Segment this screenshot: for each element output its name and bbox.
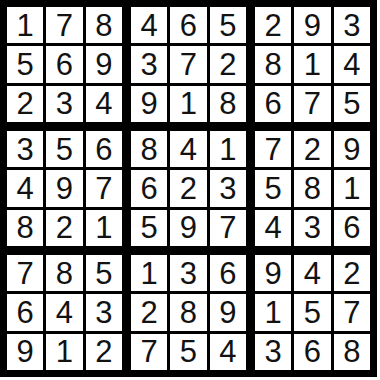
sudoku-cell-r9c1[interactable]: 9 bbox=[7, 334, 43, 370]
sudoku-cell-r5c3[interactable]: 7 bbox=[86, 170, 122, 206]
sudoku-cell-r4c2[interactable]: 5 bbox=[46, 131, 82, 167]
sudoku-cell-r3c6[interactable]: 8 bbox=[210, 86, 246, 122]
sudoku-cell-r9c2[interactable]: 1 bbox=[46, 334, 82, 370]
sudoku-cell-r7c8[interactable]: 4 bbox=[294, 255, 330, 291]
sudoku-cell-r7c7[interactable]: 9 bbox=[255, 255, 291, 291]
sudoku-cell-r1c8[interactable]: 9 bbox=[294, 7, 330, 43]
sudoku-cell-r7c9[interactable]: 2 bbox=[334, 255, 370, 291]
sudoku-cell-r1c5[interactable]: 6 bbox=[170, 7, 206, 43]
sudoku-cell-r1c7[interactable]: 2 bbox=[255, 7, 291, 43]
sudoku-cell-r1c4[interactable]: 4 bbox=[131, 7, 167, 43]
sudoku-cell-r8c6[interactable]: 9 bbox=[210, 294, 246, 330]
sudoku-grid: 1784652935693728142349186753568417294976… bbox=[7, 7, 370, 370]
sudoku-cell-r9c3[interactable]: 2 bbox=[86, 334, 122, 370]
sudoku-cell-r2c3[interactable]: 9 bbox=[86, 46, 122, 82]
sudoku-cell-r9c7[interactable]: 3 bbox=[255, 334, 291, 370]
sudoku-cell-r8c2[interactable]: 4 bbox=[46, 294, 82, 330]
sudoku-cell-r3c1[interactable]: 2 bbox=[7, 86, 43, 122]
sudoku-cell-r6c2[interactable]: 2 bbox=[46, 210, 82, 246]
sudoku-cell-r6c8[interactable]: 3 bbox=[294, 210, 330, 246]
sudoku-cell-r4c3[interactable]: 6 bbox=[86, 131, 122, 167]
sudoku-cell-r1c3[interactable]: 8 bbox=[86, 7, 122, 43]
sudoku-cell-r5c9[interactable]: 1 bbox=[334, 170, 370, 206]
sudoku-cell-r5c5[interactable]: 2 bbox=[170, 170, 206, 206]
sudoku-cell-r2c9[interactable]: 4 bbox=[334, 46, 370, 82]
sudoku-cell-r6c7[interactable]: 4 bbox=[255, 210, 291, 246]
sudoku-cell-r4c8[interactable]: 2 bbox=[294, 131, 330, 167]
sudoku-cell-r9c4[interactable]: 7 bbox=[131, 334, 167, 370]
sudoku-cell-r3c5[interactable]: 1 bbox=[170, 86, 206, 122]
sudoku-cell-r9c6[interactable]: 4 bbox=[210, 334, 246, 370]
sudoku-cell-r7c5[interactable]: 3 bbox=[170, 255, 206, 291]
sudoku-cell-r2c6[interactable]: 2 bbox=[210, 46, 246, 82]
sudoku-cell-r7c1[interactable]: 7 bbox=[7, 255, 43, 291]
sudoku-cell-r6c9[interactable]: 6 bbox=[334, 210, 370, 246]
sudoku-cell-r2c1[interactable]: 5 bbox=[7, 46, 43, 82]
sudoku-cell-r6c4[interactable]: 5 bbox=[131, 210, 167, 246]
sudoku-cell-r1c6[interactable]: 5 bbox=[210, 7, 246, 43]
sudoku-cell-r5c4[interactable]: 6 bbox=[131, 170, 167, 206]
sudoku-cell-r5c2[interactable]: 9 bbox=[46, 170, 82, 206]
sudoku-cell-r4c7[interactable]: 7 bbox=[255, 131, 291, 167]
sudoku-cell-r9c8[interactable]: 6 bbox=[294, 334, 330, 370]
sudoku-cell-r5c1[interactable]: 4 bbox=[7, 170, 43, 206]
sudoku-cell-r4c1[interactable]: 3 bbox=[7, 131, 43, 167]
sudoku-cell-r1c9[interactable]: 3 bbox=[334, 7, 370, 43]
sudoku-cell-r5c7[interactable]: 5 bbox=[255, 170, 291, 206]
sudoku-cell-r7c4[interactable]: 1 bbox=[131, 255, 167, 291]
sudoku-cell-r7c6[interactable]: 6 bbox=[210, 255, 246, 291]
sudoku-cell-r7c2[interactable]: 8 bbox=[46, 255, 82, 291]
sudoku-cell-r6c6[interactable]: 7 bbox=[210, 210, 246, 246]
sudoku-cell-r7c3[interactable]: 5 bbox=[86, 255, 122, 291]
sudoku-cell-r3c7[interactable]: 6 bbox=[255, 86, 291, 122]
sudoku-cell-r6c3[interactable]: 1 bbox=[86, 210, 122, 246]
sudoku-cell-r8c4[interactable]: 2 bbox=[131, 294, 167, 330]
sudoku-cell-r1c2[interactable]: 7 bbox=[46, 7, 82, 43]
sudoku-cell-r2c4[interactable]: 3 bbox=[131, 46, 167, 82]
sudoku-cell-r8c7[interactable]: 1 bbox=[255, 294, 291, 330]
sudoku-cell-r5c6[interactable]: 3 bbox=[210, 170, 246, 206]
sudoku-cell-r3c4[interactable]: 9 bbox=[131, 86, 167, 122]
sudoku-cell-r4c9[interactable]: 9 bbox=[334, 131, 370, 167]
sudoku-cell-r3c8[interactable]: 7 bbox=[294, 86, 330, 122]
sudoku-cell-r6c5[interactable]: 9 bbox=[170, 210, 206, 246]
sudoku-board: 1784652935693728142349186753568417294976… bbox=[0, 0, 377, 377]
sudoku-cell-r6c1[interactable]: 8 bbox=[7, 210, 43, 246]
sudoku-cell-r9c5[interactable]: 5 bbox=[170, 334, 206, 370]
sudoku-cell-r2c7[interactable]: 8 bbox=[255, 46, 291, 82]
sudoku-cell-r5c8[interactable]: 8 bbox=[294, 170, 330, 206]
sudoku-cell-r3c3[interactable]: 4 bbox=[86, 86, 122, 122]
sudoku-cell-r2c8[interactable]: 1 bbox=[294, 46, 330, 82]
sudoku-cell-r1c1[interactable]: 1 bbox=[7, 7, 43, 43]
sudoku-cell-r2c5[interactable]: 7 bbox=[170, 46, 206, 82]
sudoku-cell-r3c2[interactable]: 3 bbox=[46, 86, 82, 122]
sudoku-cell-r2c2[interactable]: 6 bbox=[46, 46, 82, 82]
sudoku-cell-r8c3[interactable]: 3 bbox=[86, 294, 122, 330]
sudoku-cell-r4c6[interactable]: 1 bbox=[210, 131, 246, 167]
sudoku-cell-r4c4[interactable]: 8 bbox=[131, 131, 167, 167]
sudoku-cell-r8c1[interactable]: 6 bbox=[7, 294, 43, 330]
sudoku-cell-r8c5[interactable]: 8 bbox=[170, 294, 206, 330]
sudoku-cell-r3c9[interactable]: 5 bbox=[334, 86, 370, 122]
sudoku-cell-r9c9[interactable]: 8 bbox=[334, 334, 370, 370]
sudoku-cell-r8c8[interactable]: 5 bbox=[294, 294, 330, 330]
sudoku-cell-r8c9[interactable]: 7 bbox=[334, 294, 370, 330]
sudoku-cell-r4c5[interactable]: 4 bbox=[170, 131, 206, 167]
